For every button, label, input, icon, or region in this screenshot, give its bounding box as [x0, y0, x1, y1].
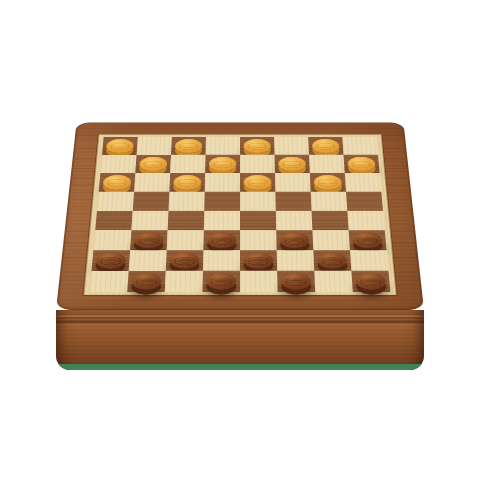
board-square-r3c5[interactable]: ⛀	[240, 173, 275, 192]
board-square-r4c2[interactable]	[133, 192, 170, 211]
board-square-r6c6[interactable]: ⛂	[276, 230, 313, 250]
board-square-r4c7[interactable]	[311, 192, 348, 211]
board-square-r8c6[interactable]: ⛂	[277, 271, 315, 292]
board-top-surface: ⛀⛀⛀⛀⛀⛀⛀⛀⛀⛀⛀⛀⛂⛂⛂⛂⛂⛂⛂⛂⛂⛂⛂⛂	[56, 122, 424, 310]
board-square-r4c5[interactable]	[240, 192, 276, 211]
board-square-r1c3[interactable]: ⛀	[171, 137, 206, 155]
light-checker-piece[interactable]: ⛀	[175, 139, 203, 153]
board-square-r1c5[interactable]: ⛀	[240, 137, 274, 155]
light-checker-piece[interactable]: ⛀	[106, 139, 134, 153]
checkers-box-photo: ⛀⛀⛀⛀⛀⛀⛀⛀⛀⛀⛀⛀⛂⛂⛂⛂⛂⛂⛂⛂⛂⛂⛂⛂	[0, 0, 480, 480]
dark-checker-piece[interactable]: ⛂	[280, 232, 309, 248]
board-square-r3c1[interactable]: ⛀	[99, 173, 136, 192]
dark-checker-piece[interactable]: ⛂	[134, 232, 164, 248]
board-square-r8c4[interactable]: ⛂	[202, 271, 240, 292]
checkers-board: ⛀⛀⛀⛀⛀⛀⛀⛀⛀⛀⛀⛀⛂⛂⛂⛂⛂⛂⛂⛂⛂⛂⛂⛂	[90, 137, 391, 292]
board-square-r5c4[interactable]	[204, 211, 240, 231]
board-square-r5c8[interactable]	[347, 211, 385, 231]
board-square-r7c6[interactable]	[277, 250, 315, 271]
board-square-r2c4[interactable]: ⛀	[205, 155, 240, 173]
dark-checker-piece[interactable]: ⛂	[170, 252, 200, 268]
light-checker-piece[interactable]: ⛀	[244, 139, 271, 153]
board-square-r3c6[interactable]	[275, 173, 311, 192]
light-checker-piece[interactable]: ⛀	[278, 157, 306, 171]
board-square-r4c1[interactable]	[97, 192, 134, 211]
light-checker-piece[interactable]: ⛀	[347, 157, 376, 171]
board-square-r4c6[interactable]	[275, 192, 311, 211]
board-square-r6c2[interactable]: ⛂	[130, 230, 168, 250]
board-square-r5c7[interactable]	[312, 211, 349, 231]
dark-checker-piece[interactable]: ⛂	[317, 252, 347, 268]
dark-checker-piece[interactable]: ⛂	[96, 252, 126, 268]
board-square-r4c3[interactable]	[168, 192, 204, 211]
board-square-r3c4[interactable]	[205, 173, 240, 192]
board-square-r7c2[interactable]	[129, 250, 167, 271]
dark-checker-piece[interactable]: ⛂	[244, 252, 273, 268]
board-square-r2c6[interactable]: ⛀	[274, 155, 309, 173]
board-square-r2c5[interactable]	[240, 155, 275, 173]
dark-checker-piece[interactable]: ⛂	[131, 273, 161, 290]
light-checker-piece[interactable]: ⛀	[312, 139, 340, 153]
board-square-r1c7[interactable]: ⛀	[308, 137, 343, 155]
dark-checker-piece[interactable]: ⛂	[353, 232, 383, 248]
board-square-r1c1[interactable]: ⛀	[102, 137, 138, 155]
board-square-r2c7[interactable]	[309, 155, 345, 173]
board-square-r4c8[interactable]	[346, 192, 383, 211]
light-checker-piece[interactable]: ⛀	[244, 175, 272, 190]
board-square-r5c2[interactable]	[131, 211, 168, 231]
board-square-r5c5[interactable]	[240, 211, 276, 231]
board-square-r6c8[interactable]: ⛂	[349, 230, 387, 250]
board-square-r4c4[interactable]	[204, 192, 240, 211]
board-square-r7c8[interactable]	[350, 250, 389, 271]
board-square-r8c1[interactable]	[90, 271, 129, 292]
board-square-r2c8[interactable]: ⛀	[343, 155, 379, 173]
board-square-r3c8[interactable]	[345, 173, 382, 192]
board-square-r8c7[interactable]	[314, 271, 353, 292]
dark-checker-piece[interactable]: ⛂	[207, 232, 236, 248]
board-square-r6c4[interactable]: ⛂	[203, 230, 240, 250]
board-square-r8c8[interactable]: ⛂	[351, 271, 390, 292]
board-square-r6c1[interactable]	[93, 230, 131, 250]
board-square-r7c5[interactable]: ⛂	[240, 250, 277, 271]
board-square-r1c6[interactable]	[274, 137, 309, 155]
dark-checker-piece[interactable]: ⛂	[355, 273, 386, 290]
board-square-r6c3[interactable]	[167, 230, 204, 250]
light-checker-piece[interactable]: ⛀	[103, 175, 132, 190]
dark-checker-piece[interactable]: ⛂	[206, 273, 236, 290]
board-square-r5c6[interactable]	[276, 211, 313, 231]
board-square-r1c2[interactable]	[137, 137, 172, 155]
board-square-r8c2[interactable]: ⛂	[127, 271, 166, 292]
light-checker-piece[interactable]: ⛀	[173, 175, 201, 190]
board-square-r3c3[interactable]: ⛀	[169, 173, 205, 192]
board-square-r1c4[interactable]	[206, 137, 240, 155]
board-square-r2c1[interactable]	[100, 155, 136, 173]
board-square-r7c4[interactable]	[203, 250, 240, 271]
board-square-r6c5[interactable]	[240, 230, 277, 250]
maple-inlay-border: ⛀⛀⛀⛀⛀⛀⛀⛀⛀⛀⛀⛀⛂⛂⛂⛂⛂⛂⛂⛂⛂⛂⛂⛂	[83, 134, 396, 295]
light-checker-piece[interactable]: ⛀	[139, 157, 167, 171]
board-square-r3c2[interactable]	[134, 173, 170, 192]
board-square-r6c7[interactable]	[312, 230, 350, 250]
light-checker-piece[interactable]: ⛀	[209, 157, 237, 171]
board-perspective-wrap: ⛀⛀⛀⛀⛀⛀⛀⛀⛀⛀⛀⛀⛂⛂⛂⛂⛂⛂⛂⛂⛂⛂⛂⛂	[56, 122, 424, 310]
board-square-r5c3[interactable]	[168, 211, 205, 231]
board-square-r7c7[interactable]: ⛂	[313, 250, 351, 271]
board-square-r2c2[interactable]: ⛀	[135, 155, 171, 173]
felt-base	[58, 364, 422, 370]
dark-checker-piece[interactable]: ⛂	[281, 273, 311, 290]
board-square-r8c5[interactable]	[240, 271, 278, 292]
board-square-r7c1[interactable]: ⛂	[92, 250, 131, 271]
board-square-r8c3[interactable]	[165, 271, 203, 292]
box-front-side	[56, 310, 424, 370]
light-checker-piece[interactable]: ⛀	[314, 175, 343, 190]
board-square-r3c7[interactable]: ⛀	[310, 173, 346, 192]
board-square-r5c1[interactable]	[95, 211, 133, 231]
board-square-r7c3[interactable]: ⛂	[166, 250, 204, 271]
board-square-r2c3[interactable]	[170, 155, 205, 173]
board-square-r1c8[interactable]	[342, 137, 378, 155]
